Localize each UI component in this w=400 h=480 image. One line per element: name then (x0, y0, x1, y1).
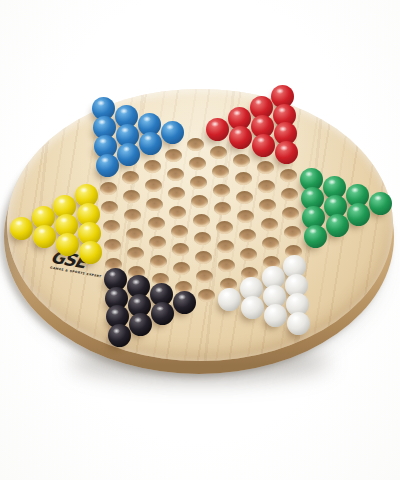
hole[interactable] (145, 179, 162, 192)
hole[interactable] (144, 160, 161, 173)
holes-layer (0, 0, 400, 480)
hole[interactable] (126, 228, 143, 241)
hole[interactable] (262, 237, 279, 250)
marble-red[interactable] (275, 141, 298, 164)
hole[interactable] (122, 171, 139, 184)
hole[interactable] (261, 218, 278, 231)
hole[interactable] (187, 138, 204, 151)
marble-white[interactable] (287, 312, 310, 335)
hole[interactable] (235, 172, 252, 185)
marble-blue[interactable] (161, 121, 184, 144)
hole[interactable] (240, 248, 257, 261)
hole[interactable] (149, 236, 166, 249)
marble-black[interactable] (129, 313, 152, 336)
hole[interactable] (233, 154, 250, 167)
marble-red[interactable] (229, 126, 252, 149)
hole[interactable] (169, 206, 186, 219)
hole[interactable] (100, 182, 117, 195)
marble-blue[interactable] (139, 132, 162, 155)
hole[interactable] (194, 232, 211, 245)
hole[interactable] (148, 217, 165, 230)
hole[interactable] (173, 262, 190, 275)
marble-yellow[interactable] (79, 241, 102, 264)
marble-blue[interactable] (117, 143, 140, 166)
marble-yellow[interactable] (56, 233, 79, 256)
marble-green[interactable] (326, 214, 349, 237)
hole[interactable] (171, 225, 188, 238)
hole[interactable] (103, 220, 120, 233)
marble-black[interactable] (108, 324, 131, 347)
hole[interactable] (167, 168, 184, 181)
hole[interactable] (127, 247, 144, 260)
hole[interactable] (165, 149, 182, 162)
marble-yellow[interactable] (33, 225, 56, 248)
hole[interactable] (168, 187, 185, 200)
marble-white[interactable] (264, 304, 287, 327)
hole[interactable] (198, 289, 215, 302)
hole[interactable] (146, 198, 163, 211)
hole[interactable] (213, 184, 230, 197)
marble-yellow[interactable] (10, 217, 33, 240)
marble-white[interactable] (218, 288, 241, 311)
hole[interactable] (193, 214, 210, 227)
hole[interactable] (172, 243, 189, 256)
marble-green[interactable] (347, 203, 370, 226)
hole[interactable] (101, 201, 118, 214)
marble-green[interactable] (304, 225, 327, 248)
marble-white[interactable] (241, 296, 264, 319)
hole[interactable] (196, 270, 213, 283)
hole[interactable] (210, 146, 227, 159)
hole[interactable] (150, 255, 167, 268)
marble-black[interactable] (173, 291, 196, 314)
hole[interactable] (212, 165, 229, 178)
marble-blue[interactable] (96, 154, 119, 177)
marble-black[interactable] (151, 302, 174, 325)
hole[interactable] (239, 229, 256, 242)
hole[interactable] (190, 176, 207, 189)
hole[interactable] (282, 207, 299, 220)
hole[interactable] (124, 209, 141, 222)
hole[interactable] (258, 180, 275, 193)
hole[interactable] (218, 259, 235, 272)
hole[interactable] (189, 157, 206, 170)
marble-green[interactable] (369, 192, 392, 215)
hole[interactable] (214, 202, 231, 215)
hole[interactable] (104, 239, 121, 252)
hole[interactable] (257, 161, 274, 174)
hole[interactable] (284, 226, 301, 239)
hole[interactable] (123, 190, 140, 203)
product-photo-scene: GSE® GAMES & SPORTS EXPERT (0, 0, 400, 480)
marble-red[interactable] (252, 134, 275, 157)
hole[interactable] (237, 210, 254, 223)
hole[interactable] (195, 251, 212, 264)
hole[interactable] (216, 221, 233, 234)
hole[interactable] (236, 191, 253, 204)
hole[interactable] (259, 199, 276, 212)
marble-red[interactable] (206, 118, 229, 141)
hole[interactable] (281, 188, 298, 201)
hole[interactable] (191, 195, 208, 208)
hole[interactable] (280, 169, 297, 182)
hole[interactable] (217, 240, 234, 253)
